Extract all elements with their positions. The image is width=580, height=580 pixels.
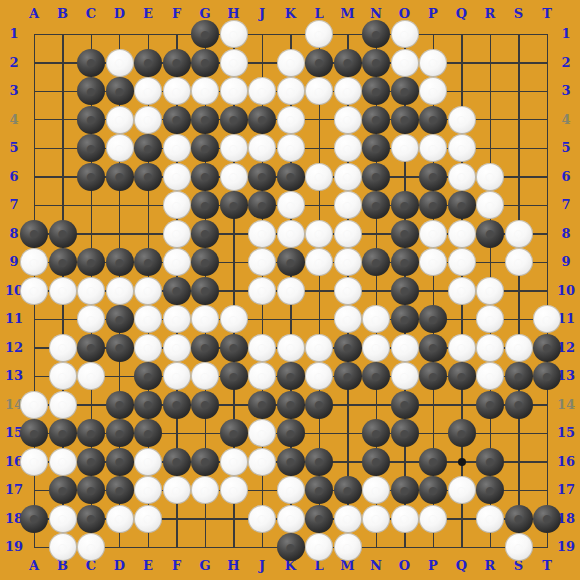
intersection-K7[interactable]: ○ (276, 191, 305, 220)
intersection-C14[interactable] (77, 390, 106, 419)
intersection-M7[interactable]: ○ (333, 191, 362, 220)
intersection-B7[interactable] (48, 191, 77, 220)
intersection-A13[interactable] (20, 362, 49, 391)
intersection-M12[interactable]: ● (333, 333, 362, 362)
intersection-S9[interactable]: ○ (504, 248, 533, 277)
intersection-O12[interactable]: ○ (390, 333, 419, 362)
intersection-P14[interactable] (419, 390, 448, 419)
intersection-Q17[interactable]: ○ (447, 476, 476, 505)
intersection-T13[interactable]: ● (533, 362, 562, 391)
intersection-C2[interactable]: ● (77, 48, 106, 77)
intersection-F6[interactable]: ○ (162, 162, 191, 191)
intersection-E2[interactable]: ● (134, 48, 163, 77)
intersection-Q16[interactable] (447, 447, 476, 476)
intersection-N19[interactable] (362, 533, 391, 562)
intersection-D18[interactable]: ○ (105, 504, 134, 533)
intersection-C10[interactable]: ○ (77, 276, 106, 305)
intersection-O4[interactable]: ● (390, 105, 419, 134)
intersection-Q14[interactable] (447, 390, 476, 419)
intersection-B19[interactable]: ○ (48, 533, 77, 562)
intersection-S16[interactable] (504, 447, 533, 476)
intersection-G9[interactable]: ● (191, 248, 220, 277)
intersection-E12[interactable]: ○ (134, 333, 163, 362)
intersection-Q12[interactable]: ○ (447, 333, 476, 362)
intersection-K15[interactable]: ● (276, 419, 305, 448)
intersection-L4[interactable] (305, 105, 334, 134)
intersection-A17[interactable] (20, 476, 49, 505)
intersection-P6[interactable]: ● (419, 162, 448, 191)
intersection-Q18[interactable] (447, 504, 476, 533)
intersection-J18[interactable]: ○ (248, 504, 277, 533)
intersection-L1[interactable]: ○ (305, 20, 334, 49)
intersection-R19[interactable] (476, 533, 505, 562)
intersection-E3[interactable]: ○ (134, 77, 163, 106)
intersection-G1[interactable]: ● (191, 20, 220, 49)
intersection-O13[interactable]: ○ (390, 362, 419, 391)
intersection-Q6[interactable]: ○ (447, 162, 476, 191)
intersection-N18[interactable]: ○ (362, 504, 391, 533)
intersection-L2[interactable]: ● (305, 48, 334, 77)
intersection-B6[interactable] (48, 162, 77, 191)
intersection-J4[interactable]: ● (248, 105, 277, 134)
intersection-D6[interactable]: ● (105, 162, 134, 191)
intersection-J13[interactable]: ○ (248, 362, 277, 391)
intersection-R15[interactable] (476, 419, 505, 448)
intersection-R5[interactable] (476, 134, 505, 163)
intersection-C9[interactable]: ● (77, 248, 106, 277)
intersection-P2[interactable]: ○ (419, 48, 448, 77)
intersection-Q19[interactable] (447, 533, 476, 562)
intersection-F2[interactable]: ● (162, 48, 191, 77)
intersection-F17[interactable]: ○ (162, 476, 191, 505)
intersection-N12[interactable]: ○ (362, 333, 391, 362)
intersection-B8[interactable]: ● (48, 219, 77, 248)
intersection-O15[interactable]: ● (390, 419, 419, 448)
intersection-A8[interactable]: ● (20, 219, 49, 248)
intersection-M3[interactable]: ○ (333, 77, 362, 106)
intersection-J7[interactable]: ● (248, 191, 277, 220)
intersection-M5[interactable]: ○ (333, 134, 362, 163)
intersection-N5[interactable]: ● (362, 134, 391, 163)
intersection-Q3[interactable] (447, 77, 476, 106)
intersection-M11[interactable]: ○ (333, 305, 362, 334)
intersection-O7[interactable]: ● (390, 191, 419, 220)
intersection-F7[interactable]: ○ (162, 191, 191, 220)
intersection-B11[interactable] (48, 305, 77, 334)
intersection-G14[interactable]: ● (191, 390, 220, 419)
intersection-D10[interactable]: ○ (105, 276, 134, 305)
intersection-S14[interactable]: ● (504, 390, 533, 419)
intersection-O3[interactable]: ● (390, 77, 419, 106)
intersection-G8[interactable]: ● (191, 219, 220, 248)
intersection-C8[interactable] (77, 219, 106, 248)
intersection-N10[interactable] (362, 276, 391, 305)
intersection-E14[interactable]: ● (134, 390, 163, 419)
intersection-D4[interactable]: ○ (105, 105, 134, 134)
intersection-L5[interactable] (305, 134, 334, 163)
intersection-C15[interactable]: ● (77, 419, 106, 448)
intersection-K5[interactable]: ○ (276, 134, 305, 163)
intersection-P18[interactable]: ○ (419, 504, 448, 533)
intersection-J12[interactable]: ○ (248, 333, 277, 362)
intersection-M19[interactable]: ○ (333, 533, 362, 562)
intersection-Q7[interactable]: ● (447, 191, 476, 220)
intersection-N16[interactable]: ● (362, 447, 391, 476)
intersection-L7[interactable] (305, 191, 334, 220)
intersection-H15[interactable]: ● (219, 419, 248, 448)
intersection-M10[interactable]: ○ (333, 276, 362, 305)
intersection-M6[interactable]: ○ (333, 162, 362, 191)
intersection-M16[interactable] (333, 447, 362, 476)
intersection-B17[interactable]: ● (48, 476, 77, 505)
intersection-F10[interactable]: ● (162, 276, 191, 305)
intersection-H7[interactable]: ● (219, 191, 248, 220)
intersection-G15[interactable] (191, 419, 220, 448)
intersection-T4[interactable] (533, 105, 562, 134)
intersection-C13[interactable]: ○ (77, 362, 106, 391)
intersection-J3[interactable]: ○ (248, 77, 277, 106)
intersection-G19[interactable] (191, 533, 220, 562)
intersection-E4[interactable]: ○ (134, 105, 163, 134)
intersection-R7[interactable]: ○ (476, 191, 505, 220)
intersection-H3[interactable]: ○ (219, 77, 248, 106)
intersection-Q1[interactable] (447, 20, 476, 49)
intersection-T10[interactable] (533, 276, 562, 305)
intersection-O9[interactable]: ● (390, 248, 419, 277)
intersection-P17[interactable]: ● (419, 476, 448, 505)
intersection-L12[interactable]: ○ (305, 333, 334, 362)
intersection-S2[interactable] (504, 48, 533, 77)
intersection-T5[interactable] (533, 134, 562, 163)
intersection-B9[interactable]: ● (48, 248, 77, 277)
intersection-K10[interactable]: ○ (276, 276, 305, 305)
intersection-H16[interactable]: ○ (219, 447, 248, 476)
intersection-F13[interactable]: ○ (162, 362, 191, 391)
intersection-G7[interactable]: ● (191, 191, 220, 220)
intersection-F16[interactable]: ● (162, 447, 191, 476)
intersection-A5[interactable] (20, 134, 49, 163)
intersection-Q4[interactable]: ○ (447, 105, 476, 134)
intersection-M15[interactable] (333, 419, 362, 448)
intersection-P16[interactable]: ● (419, 447, 448, 476)
intersection-E15[interactable]: ● (134, 419, 163, 448)
intersection-S12[interactable]: ○ (504, 333, 533, 362)
intersection-S3[interactable] (504, 77, 533, 106)
intersection-T6[interactable] (533, 162, 562, 191)
intersection-P12[interactable]: ● (419, 333, 448, 362)
intersection-N17[interactable]: ○ (362, 476, 391, 505)
intersection-L3[interactable]: ○ (305, 77, 334, 106)
intersection-H9[interactable] (219, 248, 248, 277)
intersection-B15[interactable]: ● (48, 419, 77, 448)
intersection-R2[interactable] (476, 48, 505, 77)
intersection-Q5[interactable]: ○ (447, 134, 476, 163)
intersection-H11[interactable]: ○ (219, 305, 248, 334)
intersection-O5[interactable]: ○ (390, 134, 419, 163)
intersection-J5[interactable]: ○ (248, 134, 277, 163)
intersection-D9[interactable]: ● (105, 248, 134, 277)
intersection-J19[interactable] (248, 533, 277, 562)
intersection-S6[interactable] (504, 162, 533, 191)
intersection-P7[interactable]: ● (419, 191, 448, 220)
intersection-S8[interactable]: ○ (504, 219, 533, 248)
intersection-B16[interactable]: ○ (48, 447, 77, 476)
intersection-Q10[interactable]: ○ (447, 276, 476, 305)
intersection-E16[interactable]: ○ (134, 447, 163, 476)
intersection-L16[interactable]: ● (305, 447, 334, 476)
intersection-H18[interactable] (219, 504, 248, 533)
intersection-S4[interactable] (504, 105, 533, 134)
intersection-B13[interactable]: ○ (48, 362, 77, 391)
intersection-G4[interactable]: ● (191, 105, 220, 134)
intersection-S10[interactable] (504, 276, 533, 305)
intersection-C16[interactable]: ● (77, 447, 106, 476)
intersection-R11[interactable]: ○ (476, 305, 505, 334)
intersection-A11[interactable] (20, 305, 49, 334)
intersection-K19[interactable]: ● (276, 533, 305, 562)
intersection-C12[interactable]: ● (77, 333, 106, 362)
intersection-A14[interactable]: ○ (20, 390, 49, 419)
intersection-B4[interactable] (48, 105, 77, 134)
intersection-E17[interactable]: ○ (134, 476, 163, 505)
intersection-F14[interactable]: ● (162, 390, 191, 419)
intersection-J10[interactable]: ○ (248, 276, 277, 305)
intersection-T14[interactable] (533, 390, 562, 419)
intersection-N8[interactable] (362, 219, 391, 248)
intersection-H6[interactable]: ○ (219, 162, 248, 191)
intersection-R17[interactable]: ● (476, 476, 505, 505)
intersection-M8[interactable]: ○ (333, 219, 362, 248)
intersection-P1[interactable] (419, 20, 448, 49)
intersection-C17[interactable]: ● (77, 476, 106, 505)
intersection-P3[interactable]: ○ (419, 77, 448, 106)
intersection-O10[interactable]: ● (390, 276, 419, 305)
intersection-O1[interactable]: ○ (390, 20, 419, 49)
intersection-F9[interactable]: ○ (162, 248, 191, 277)
intersection-N1[interactable]: ● (362, 20, 391, 49)
intersection-N7[interactable]: ● (362, 191, 391, 220)
intersection-T12[interactable]: ● (533, 333, 562, 362)
intersection-C18[interactable]: ● (77, 504, 106, 533)
intersection-T7[interactable] (533, 191, 562, 220)
intersection-K16[interactable]: ● (276, 447, 305, 476)
intersection-L13[interactable]: ○ (305, 362, 334, 391)
intersection-F15[interactable] (162, 419, 191, 448)
intersection-N14[interactable] (362, 390, 391, 419)
intersection-T1[interactable] (533, 20, 562, 49)
intersection-P8[interactable]: ○ (419, 219, 448, 248)
intersection-C1[interactable] (77, 20, 106, 49)
intersection-R1[interactable] (476, 20, 505, 49)
intersection-S7[interactable] (504, 191, 533, 220)
intersection-B14[interactable]: ○ (48, 390, 77, 419)
intersection-R16[interactable]: ● (476, 447, 505, 476)
intersection-R18[interactable]: ○ (476, 504, 505, 533)
intersection-B3[interactable] (48, 77, 77, 106)
intersection-G10[interactable]: ● (191, 276, 220, 305)
intersection-K4[interactable]: ○ (276, 105, 305, 134)
intersection-L14[interactable]: ● (305, 390, 334, 419)
intersection-O14[interactable]: ● (390, 390, 419, 419)
intersection-M4[interactable]: ○ (333, 105, 362, 134)
intersection-C4[interactable]: ● (77, 105, 106, 134)
intersection-K14[interactable]: ● (276, 390, 305, 419)
intersection-K3[interactable]: ○ (276, 77, 305, 106)
intersection-A18[interactable]: ● (20, 504, 49, 533)
intersection-S5[interactable] (504, 134, 533, 163)
intersection-D12[interactable]: ● (105, 333, 134, 362)
intersection-L19[interactable]: ○ (305, 533, 334, 562)
intersection-H13[interactable]: ● (219, 362, 248, 391)
intersection-G11[interactable]: ○ (191, 305, 220, 334)
intersection-M14[interactable] (333, 390, 362, 419)
intersection-N9[interactable]: ● (362, 248, 391, 277)
intersection-H10[interactable] (219, 276, 248, 305)
intersection-E6[interactable]: ● (134, 162, 163, 191)
intersection-T2[interactable] (533, 48, 562, 77)
intersection-D17[interactable]: ● (105, 476, 134, 505)
intersection-D14[interactable]: ● (105, 390, 134, 419)
intersection-A19[interactable] (20, 533, 49, 562)
intersection-F1[interactable] (162, 20, 191, 49)
intersection-H1[interactable]: ○ (219, 20, 248, 49)
intersection-R8[interactable]: ● (476, 219, 505, 248)
intersection-P5[interactable]: ○ (419, 134, 448, 163)
intersection-L11[interactable] (305, 305, 334, 334)
intersection-M9[interactable]: ○ (333, 248, 362, 277)
intersection-H12[interactable]: ● (219, 333, 248, 362)
intersection-P4[interactable]: ● (419, 105, 448, 134)
intersection-C7[interactable] (77, 191, 106, 220)
intersection-M2[interactable]: ● (333, 48, 362, 77)
intersection-E19[interactable] (134, 533, 163, 562)
intersection-N2[interactable]: ● (362, 48, 391, 77)
intersection-S11[interactable] (504, 305, 533, 334)
intersection-F11[interactable]: ○ (162, 305, 191, 334)
intersection-H5[interactable]: ○ (219, 134, 248, 163)
intersection-G12[interactable]: ● (191, 333, 220, 362)
intersection-O17[interactable]: ● (390, 476, 419, 505)
intersection-J2[interactable] (248, 48, 277, 77)
intersection-S18[interactable]: ● (504, 504, 533, 533)
intersection-A15[interactable]: ● (20, 419, 49, 448)
intersection-D5[interactable]: ○ (105, 134, 134, 163)
intersection-G16[interactable]: ● (191, 447, 220, 476)
intersection-D1[interactable] (105, 20, 134, 49)
intersection-A7[interactable] (20, 191, 49, 220)
intersection-S19[interactable]: ○ (504, 533, 533, 562)
intersection-A6[interactable] (20, 162, 49, 191)
intersection-D3[interactable]: ● (105, 77, 134, 106)
intersection-L9[interactable]: ○ (305, 248, 334, 277)
intersection-T11[interactable]: ○ (533, 305, 562, 334)
intersection-N13[interactable]: ● (362, 362, 391, 391)
intersection-D13[interactable] (105, 362, 134, 391)
intersection-K12[interactable]: ○ (276, 333, 305, 362)
intersection-L8[interactable]: ○ (305, 219, 334, 248)
intersection-G2[interactable]: ● (191, 48, 220, 77)
intersection-N3[interactable]: ● (362, 77, 391, 106)
intersection-B12[interactable]: ○ (48, 333, 77, 362)
intersection-N15[interactable]: ● (362, 419, 391, 448)
intersection-R9[interactable] (476, 248, 505, 277)
intersection-R6[interactable]: ○ (476, 162, 505, 191)
intersection-Q8[interactable]: ○ (447, 219, 476, 248)
intersection-Q13[interactable]: ● (447, 362, 476, 391)
intersection-R14[interactable]: ● (476, 390, 505, 419)
intersection-N6[interactable]: ● (362, 162, 391, 191)
intersection-F4[interactable]: ● (162, 105, 191, 134)
intersection-H19[interactable] (219, 533, 248, 562)
intersection-T19[interactable] (533, 533, 562, 562)
intersection-S17[interactable] (504, 476, 533, 505)
intersection-F3[interactable]: ○ (162, 77, 191, 106)
intersection-F8[interactable]: ○ (162, 219, 191, 248)
intersection-M13[interactable]: ● (333, 362, 362, 391)
intersection-B5[interactable] (48, 134, 77, 163)
intersection-R4[interactable] (476, 105, 505, 134)
intersection-D7[interactable] (105, 191, 134, 220)
intersection-K1[interactable] (276, 20, 305, 49)
intersection-B2[interactable] (48, 48, 77, 77)
intersection-R3[interactable] (476, 77, 505, 106)
intersection-Q15[interactable]: ● (447, 419, 476, 448)
intersection-L17[interactable]: ● (305, 476, 334, 505)
intersection-J16[interactable]: ○ (248, 447, 277, 476)
intersection-S13[interactable]: ● (504, 362, 533, 391)
intersection-F5[interactable]: ○ (162, 134, 191, 163)
intersection-J17[interactable] (248, 476, 277, 505)
intersection-J14[interactable]: ● (248, 390, 277, 419)
intersection-L18[interactable]: ● (305, 504, 334, 533)
intersection-C11[interactable]: ○ (77, 305, 106, 334)
intersection-A10[interactable]: ○ (20, 276, 49, 305)
intersection-G6[interactable]: ● (191, 162, 220, 191)
intersection-C6[interactable]: ● (77, 162, 106, 191)
intersection-Q11[interactable] (447, 305, 476, 334)
intersection-D19[interactable] (105, 533, 134, 562)
intersection-R13[interactable]: ○ (476, 362, 505, 391)
intersection-F19[interactable] (162, 533, 191, 562)
intersection-L6[interactable]: ○ (305, 162, 334, 191)
intersection-J8[interactable]: ○ (248, 219, 277, 248)
intersection-E7[interactable] (134, 191, 163, 220)
intersection-J15[interactable]: ○ (248, 419, 277, 448)
intersection-O6[interactable] (390, 162, 419, 191)
intersection-H17[interactable]: ○ (219, 476, 248, 505)
intersection-K11[interactable] (276, 305, 305, 334)
intersection-A3[interactable] (20, 77, 49, 106)
intersection-D11[interactable]: ● (105, 305, 134, 334)
intersection-D15[interactable]: ● (105, 419, 134, 448)
intersection-B18[interactable]: ○ (48, 504, 77, 533)
intersection-E18[interactable]: ○ (134, 504, 163, 533)
intersection-K18[interactable]: ○ (276, 504, 305, 533)
intersection-E11[interactable]: ○ (134, 305, 163, 334)
intersection-S15[interactable] (504, 419, 533, 448)
intersection-E13[interactable]: ● (134, 362, 163, 391)
intersection-R10[interactable]: ○ (476, 276, 505, 305)
intersection-G13[interactable]: ○ (191, 362, 220, 391)
intersection-L10[interactable] (305, 276, 334, 305)
intersection-C19[interactable]: ○ (77, 533, 106, 562)
intersection-T3[interactable] (533, 77, 562, 106)
intersection-E9[interactable]: ● (134, 248, 163, 277)
intersection-E10[interactable]: ○ (134, 276, 163, 305)
intersection-N4[interactable]: ● (362, 105, 391, 134)
intersection-M1[interactable] (333, 20, 362, 49)
intersection-O2[interactable]: ○ (390, 48, 419, 77)
